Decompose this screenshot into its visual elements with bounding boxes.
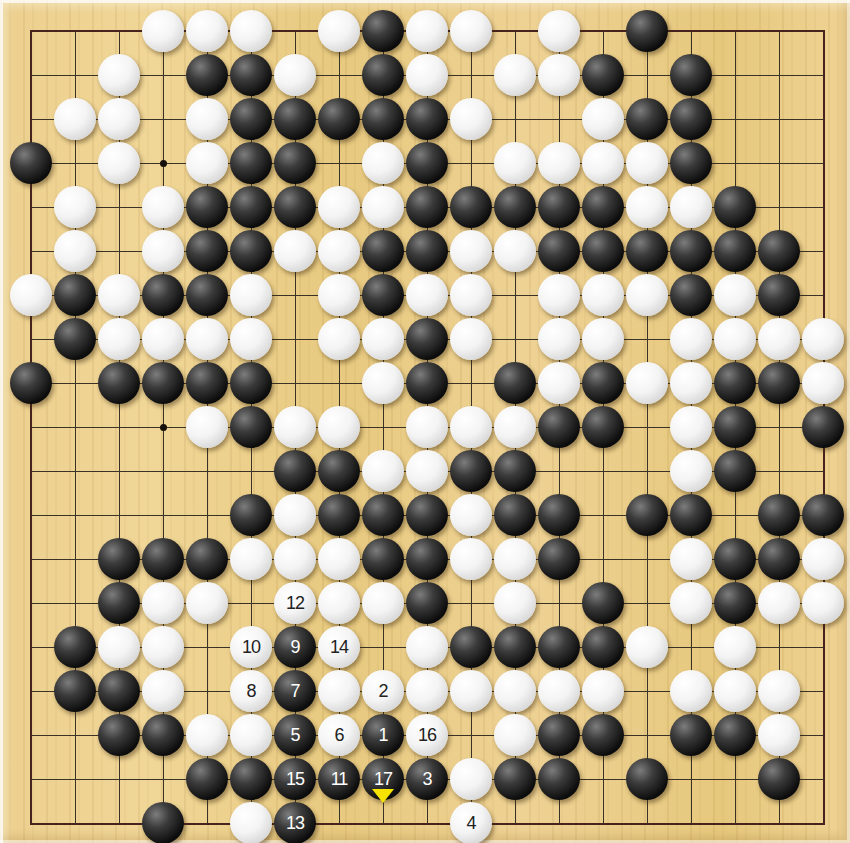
- stone-black[interactable]: [362, 538, 404, 580]
- stone-black[interactable]: [186, 186, 228, 228]
- stone-white[interactable]: 16: [406, 714, 448, 756]
- stone-white[interactable]: [362, 362, 404, 404]
- stone-black[interactable]: [274, 98, 316, 140]
- stone-white[interactable]: [670, 582, 712, 624]
- stone-black[interactable]: [582, 362, 624, 404]
- stone-black[interactable]: [670, 274, 712, 316]
- stone-black[interactable]: [230, 186, 272, 228]
- goban-frame: 1210914872561161511173134: [0, 0, 850, 843]
- stone-black[interactable]: [406, 142, 448, 184]
- stone-black[interactable]: [274, 450, 316, 492]
- stone-white[interactable]: [98, 318, 140, 360]
- move-number-label: 1: [362, 714, 404, 756]
- stone-white[interactable]: [714, 670, 756, 712]
- stone-black[interactable]: [98, 714, 140, 756]
- stone-black[interactable]: [714, 362, 756, 404]
- stone-black[interactable]: [582, 230, 624, 272]
- stone-black[interactable]: [670, 142, 712, 184]
- goban[interactable]: 1210914872561161511173134: [0, 0, 850, 843]
- move-number-label: 15: [274, 758, 316, 800]
- stone-white[interactable]: [318, 538, 360, 580]
- stone-white[interactable]: [274, 538, 316, 580]
- stone-white[interactable]: [98, 274, 140, 316]
- stone-black[interactable]: 5: [274, 714, 316, 756]
- stone-white[interactable]: [626, 274, 668, 316]
- stone-white[interactable]: [670, 670, 712, 712]
- move-number-label: 10: [230, 626, 272, 668]
- stone-black[interactable]: [758, 274, 800, 316]
- stone-black[interactable]: [186, 362, 228, 404]
- stone-white[interactable]: [230, 714, 272, 756]
- stone-white[interactable]: [538, 142, 580, 184]
- stone-white[interactable]: [538, 274, 580, 316]
- stone-black[interactable]: [714, 450, 756, 492]
- stone-white[interactable]: [714, 626, 756, 668]
- stone-white[interactable]: [450, 758, 492, 800]
- stone-black[interactable]: [582, 406, 624, 448]
- stone-white[interactable]: [626, 626, 668, 668]
- stone-black[interactable]: [274, 142, 316, 184]
- stone-white[interactable]: [626, 362, 668, 404]
- stone-white[interactable]: [318, 274, 360, 316]
- stone-white[interactable]: [362, 318, 404, 360]
- stone-white[interactable]: [670, 450, 712, 492]
- stone-black[interactable]: [494, 494, 536, 536]
- stone-white[interactable]: [362, 582, 404, 624]
- stone-white[interactable]: [450, 670, 492, 712]
- stone-black[interactable]: 1: [362, 714, 404, 756]
- stone-black[interactable]: [186, 230, 228, 272]
- stone-white[interactable]: 10: [230, 626, 272, 668]
- star-point: [160, 160, 167, 167]
- stone-black[interactable]: [186, 758, 228, 800]
- stone-black[interactable]: [230, 362, 272, 404]
- stone-white[interactable]: [582, 142, 624, 184]
- stone-black[interactable]: [450, 450, 492, 492]
- stone-black[interactable]: [714, 582, 756, 624]
- stone-black[interactable]: [318, 494, 360, 536]
- stone-white[interactable]: [802, 362, 844, 404]
- stone-white[interactable]: [494, 142, 536, 184]
- stone-black[interactable]: [714, 230, 756, 272]
- stone-white[interactable]: [626, 142, 668, 184]
- stone-white[interactable]: [142, 582, 184, 624]
- stone-white[interactable]: [406, 626, 448, 668]
- stone-black[interactable]: [406, 494, 448, 536]
- stone-white[interactable]: [318, 406, 360, 448]
- stone-white[interactable]: [142, 318, 184, 360]
- stone-white[interactable]: 4: [450, 802, 492, 843]
- stone-white[interactable]: [802, 538, 844, 580]
- stone-white[interactable]: [186, 318, 228, 360]
- stone-white[interactable]: 12: [274, 582, 316, 624]
- stone-black[interactable]: 15: [274, 758, 316, 800]
- stone-white[interactable]: [670, 362, 712, 404]
- stone-black[interactable]: [538, 714, 580, 756]
- move-number-label: 11: [318, 758, 360, 800]
- stone-white[interactable]: [758, 714, 800, 756]
- stone-white[interactable]: [318, 318, 360, 360]
- move-number-label: 8: [230, 670, 272, 712]
- stone-white[interactable]: [626, 186, 668, 228]
- stone-black[interactable]: [362, 54, 404, 96]
- stone-black[interactable]: [582, 626, 624, 668]
- stone-white[interactable]: [142, 186, 184, 228]
- stone-black[interactable]: [406, 98, 448, 140]
- stone-black[interactable]: [758, 230, 800, 272]
- stone-white[interactable]: [582, 98, 624, 140]
- stone-white[interactable]: [758, 582, 800, 624]
- stone-white[interactable]: [494, 406, 536, 448]
- stone-white[interactable]: [98, 98, 140, 140]
- stone-white[interactable]: [362, 450, 404, 492]
- stone-black[interactable]: [494, 626, 536, 668]
- stone-black[interactable]: 11: [318, 758, 360, 800]
- stone-black[interactable]: [626, 230, 668, 272]
- move-number-label: 5: [274, 714, 316, 756]
- stone-white[interactable]: [494, 230, 536, 272]
- stone-black[interactable]: 7: [274, 670, 316, 712]
- stone-black[interactable]: [758, 758, 800, 800]
- stone-black[interactable]: [54, 318, 96, 360]
- stone-black[interactable]: [230, 758, 272, 800]
- stone-white[interactable]: [450, 318, 492, 360]
- stone-white[interactable]: [98, 54, 140, 96]
- stone-black[interactable]: [582, 186, 624, 228]
- stone-black[interactable]: [758, 494, 800, 536]
- stone-black[interactable]: [98, 362, 140, 404]
- stone-white[interactable]: [670, 406, 712, 448]
- stone-black[interactable]: [802, 494, 844, 536]
- stone-black[interactable]: [10, 362, 52, 404]
- stone-white[interactable]: [98, 626, 140, 668]
- stone-white[interactable]: [450, 230, 492, 272]
- stone-black[interactable]: [494, 450, 536, 492]
- stone-white[interactable]: [670, 318, 712, 360]
- stone-white[interactable]: 8: [230, 670, 272, 712]
- stone-white[interactable]: [582, 274, 624, 316]
- stone-black[interactable]: [54, 626, 96, 668]
- stone-black[interactable]: [538, 230, 580, 272]
- stone-white[interactable]: [186, 714, 228, 756]
- stone-black[interactable]: [406, 582, 448, 624]
- move-number-label: 12: [274, 582, 316, 624]
- stone-white[interactable]: [494, 582, 536, 624]
- stone-black[interactable]: [538, 186, 580, 228]
- stone-black[interactable]: [494, 758, 536, 800]
- stone-white[interactable]: [142, 10, 184, 52]
- stone-black[interactable]: [670, 230, 712, 272]
- stone-black[interactable]: [186, 54, 228, 96]
- stone-white[interactable]: [450, 274, 492, 316]
- stone-white[interactable]: [758, 318, 800, 360]
- move-number-label: 13: [274, 802, 316, 843]
- stone-black[interactable]: [230, 230, 272, 272]
- stone-black[interactable]: [230, 54, 272, 96]
- stone-black[interactable]: [230, 494, 272, 536]
- stone-black[interactable]: [626, 494, 668, 536]
- stone-white[interactable]: [98, 142, 140, 184]
- stone-black[interactable]: [670, 714, 712, 756]
- stone-white[interactable]: [142, 670, 184, 712]
- move-number-label: 3: [406, 758, 448, 800]
- stone-black[interactable]: [230, 142, 272, 184]
- stone-black[interactable]: [494, 362, 536, 404]
- stone-black[interactable]: [538, 494, 580, 536]
- stone-white[interactable]: [318, 582, 360, 624]
- stone-white[interactable]: [802, 318, 844, 360]
- stone-white[interactable]: [186, 142, 228, 184]
- stone-black[interactable]: [538, 538, 580, 580]
- stone-white[interactable]: [538, 10, 580, 52]
- stone-white[interactable]: [362, 186, 404, 228]
- stone-black[interactable]: [582, 582, 624, 624]
- stone-black[interactable]: [54, 274, 96, 316]
- stone-white[interactable]: [406, 670, 448, 712]
- stone-white[interactable]: [670, 538, 712, 580]
- stone-black[interactable]: [142, 274, 184, 316]
- stone-black[interactable]: [450, 186, 492, 228]
- stone-black[interactable]: [98, 670, 140, 712]
- stone-black[interactable]: [362, 494, 404, 536]
- stone-white[interactable]: [318, 670, 360, 712]
- last-move-marker: [372, 789, 394, 803]
- stone-white[interactable]: [450, 538, 492, 580]
- stone-black[interactable]: [186, 274, 228, 316]
- stone-white[interactable]: [186, 10, 228, 52]
- stone-black[interactable]: [626, 98, 668, 140]
- stone-white[interactable]: [54, 230, 96, 272]
- stone-black[interactable]: [714, 714, 756, 756]
- stone-black[interactable]: [626, 10, 668, 52]
- stone-black[interactable]: [714, 538, 756, 580]
- stone-black[interactable]: [362, 230, 404, 272]
- stone-white[interactable]: [494, 670, 536, 712]
- stone-black[interactable]: [142, 538, 184, 580]
- stone-white[interactable]: [274, 406, 316, 448]
- stone-white[interactable]: [714, 318, 756, 360]
- stone-white[interactable]: [450, 494, 492, 536]
- stone-white[interactable]: [538, 362, 580, 404]
- stone-white[interactable]: [142, 626, 184, 668]
- stone-white[interactable]: [274, 230, 316, 272]
- stone-white[interactable]: [494, 54, 536, 96]
- stone-black[interactable]: [318, 450, 360, 492]
- stone-black[interactable]: [98, 582, 140, 624]
- stone-black[interactable]: [758, 362, 800, 404]
- stone-white[interactable]: [186, 406, 228, 448]
- stone-white[interactable]: [10, 274, 52, 316]
- stone-black[interactable]: [406, 538, 448, 580]
- move-number-label: 16: [406, 714, 448, 756]
- stone-black[interactable]: [274, 186, 316, 228]
- stone-white[interactable]: [186, 98, 228, 140]
- stone-black[interactable]: [362, 98, 404, 140]
- move-number-label: 6: [318, 714, 360, 756]
- stone-black[interactable]: [406, 362, 448, 404]
- stone-white[interactable]: [670, 186, 712, 228]
- stone-white[interactable]: [362, 142, 404, 184]
- stone-white[interactable]: [230, 318, 272, 360]
- stone-white[interactable]: [54, 98, 96, 140]
- stone-white[interactable]: [230, 274, 272, 316]
- stone-white[interactable]: [318, 230, 360, 272]
- stone-white[interactable]: [450, 98, 492, 140]
- stone-black[interactable]: [406, 318, 448, 360]
- stone-white[interactable]: [758, 670, 800, 712]
- stone-white[interactable]: [230, 538, 272, 580]
- stone-black[interactable]: [714, 406, 756, 448]
- stone-black[interactable]: [714, 186, 756, 228]
- stone-black[interactable]: [186, 538, 228, 580]
- stone-black[interactable]: [670, 98, 712, 140]
- stone-black[interactable]: [362, 10, 404, 52]
- stone-white[interactable]: [582, 318, 624, 360]
- stone-black[interactable]: [802, 406, 844, 448]
- stone-black[interactable]: 13: [274, 802, 316, 843]
- stone-white[interactable]: [406, 54, 448, 96]
- stone-white[interactable]: 2: [362, 670, 404, 712]
- stone-black[interactable]: [582, 54, 624, 96]
- stone-black[interactable]: [450, 626, 492, 668]
- stone-black[interactable]: [10, 142, 52, 184]
- stone-black[interactable]: [538, 758, 580, 800]
- stone-white[interactable]: [450, 406, 492, 448]
- stone-white[interactable]: [406, 450, 448, 492]
- stone-white[interactable]: [230, 802, 272, 843]
- stone-black[interactable]: [406, 186, 448, 228]
- stone-white[interactable]: [186, 582, 228, 624]
- stone-black[interactable]: [142, 362, 184, 404]
- stone-black[interactable]: [538, 626, 580, 668]
- stone-white[interactable]: [494, 538, 536, 580]
- stone-black[interactable]: 9: [274, 626, 316, 668]
- stone-black[interactable]: [318, 98, 360, 140]
- stone-white[interactable]: [538, 318, 580, 360]
- stone-white[interactable]: [494, 714, 536, 756]
- stone-black[interactable]: [142, 802, 184, 843]
- stone-black[interactable]: [142, 714, 184, 756]
- move-number-label: 2: [362, 670, 404, 712]
- stone-white[interactable]: [538, 670, 580, 712]
- stone-black[interactable]: [670, 54, 712, 96]
- stone-black[interactable]: [582, 714, 624, 756]
- stone-black[interactable]: [230, 406, 272, 448]
- stone-white[interactable]: 14: [318, 626, 360, 668]
- stone-white[interactable]: 6: [318, 714, 360, 756]
- stone-black[interactable]: [494, 186, 536, 228]
- stone-white[interactable]: [406, 406, 448, 448]
- stone-black[interactable]: [54, 670, 96, 712]
- stone-white[interactable]: [538, 54, 580, 96]
- stone-black[interactable]: [758, 538, 800, 580]
- stone-white[interactable]: [406, 10, 448, 52]
- stone-black[interactable]: [98, 538, 140, 580]
- stone-black[interactable]: [670, 494, 712, 536]
- move-number-label: 7: [274, 670, 316, 712]
- move-number-label: 14: [318, 626, 360, 668]
- stone-white[interactable]: [142, 230, 184, 272]
- stone-white[interactable]: [274, 494, 316, 536]
- stone-white[interactable]: [582, 670, 624, 712]
- stone-white[interactable]: [54, 186, 96, 228]
- stone-white[interactable]: [450, 10, 492, 52]
- stone-black[interactable]: [626, 758, 668, 800]
- stone-black[interactable]: [538, 406, 580, 448]
- stone-black[interactable]: 3: [406, 758, 448, 800]
- move-number-label: 4: [450, 802, 492, 843]
- stone-white[interactable]: [318, 10, 360, 52]
- stone-white[interactable]: [406, 274, 448, 316]
- stone-white[interactable]: [274, 54, 316, 96]
- stone-black[interactable]: [406, 230, 448, 272]
- stone-black[interactable]: [362, 274, 404, 316]
- stone-white[interactable]: [714, 274, 756, 316]
- move-number-label: 9: [274, 626, 316, 668]
- star-point: [160, 424, 167, 431]
- stone-white[interactable]: [802, 582, 844, 624]
- stone-black[interactable]: [230, 98, 272, 140]
- stone-white[interactable]: [230, 10, 272, 52]
- stone-white[interactable]: [318, 186, 360, 228]
